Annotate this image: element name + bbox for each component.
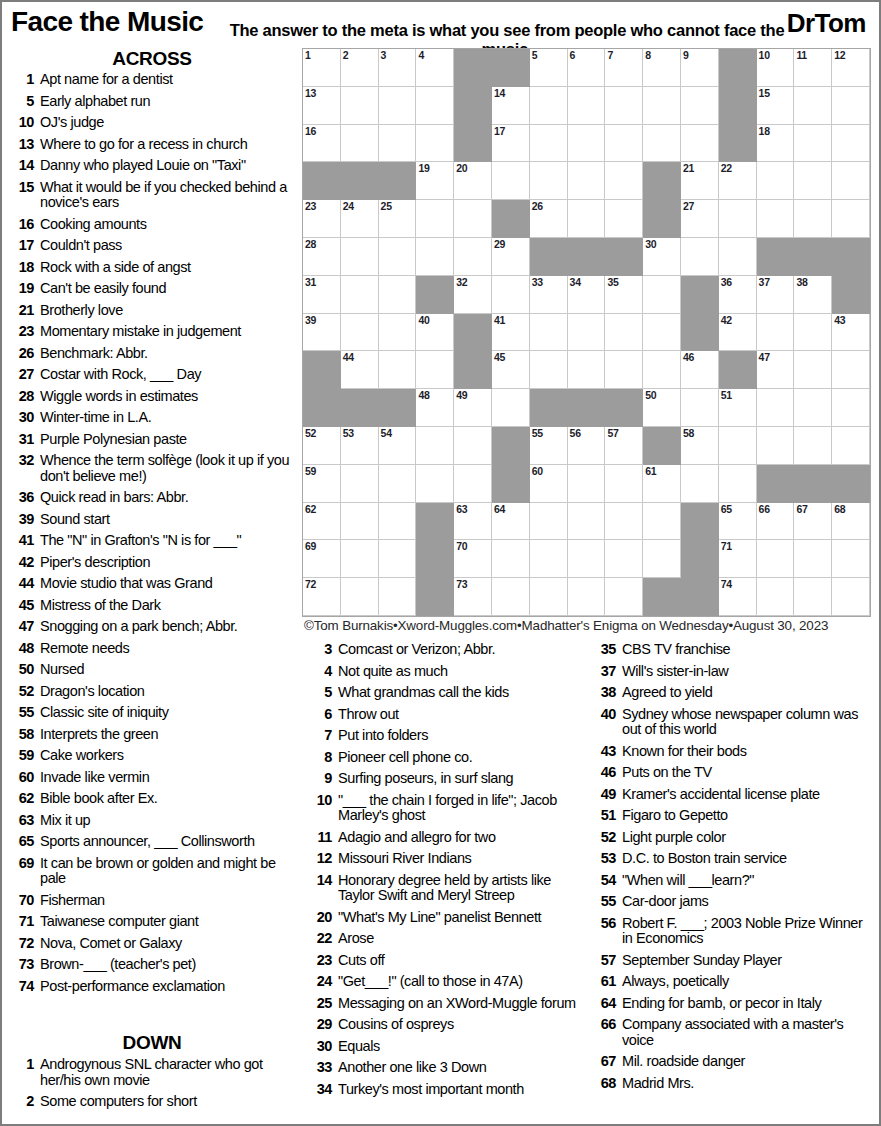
cell-r2c13[interactable]: 15 bbox=[757, 87, 795, 125]
cell-r14c5[interactable]: 70 bbox=[454, 540, 492, 578]
cell-r10c12[interactable]: 51 bbox=[719, 389, 757, 427]
cell-number: 22 bbox=[721, 162, 732, 175]
across-clue-list: 1Apt name for a dentist5Early alphabet r… bbox=[4, 72, 296, 1000]
clue-number: 65 bbox=[4, 834, 40, 850]
cell-r13c1[interactable]: 62 bbox=[303, 503, 341, 541]
cell-r11c8[interactable]: 56 bbox=[568, 427, 606, 465]
clue-number: 64 bbox=[586, 996, 622, 1012]
cell-r6c10[interactable]: 30 bbox=[643, 238, 681, 276]
cell-r10c8 bbox=[568, 389, 606, 427]
cell-r8c4[interactable]: 40 bbox=[416, 314, 454, 352]
cell-r9c10[interactable] bbox=[643, 351, 681, 389]
cell-r15c2[interactable] bbox=[341, 578, 379, 616]
clue-number: 57 bbox=[586, 953, 622, 969]
clue-text: Momentary mistake in judgement bbox=[40, 324, 296, 340]
cell-r13c6[interactable]: 64 bbox=[492, 503, 530, 541]
clue-text: The "N" in Grafton's "N is for ___" bbox=[40, 533, 296, 549]
cell-r11c15[interactable] bbox=[832, 427, 870, 465]
clue-text: Comcast or Verizon; Abbr. bbox=[338, 642, 590, 658]
clue-text: Interprets the green bbox=[40, 727, 296, 743]
cell-r9c3[interactable] bbox=[379, 351, 417, 389]
cell-r6c3[interactable] bbox=[379, 238, 417, 276]
clue-item: 19Can't be easily found bbox=[4, 281, 296, 297]
cell-r15c15[interactable] bbox=[832, 578, 870, 616]
cell-r8c10[interactable] bbox=[643, 314, 681, 352]
cell-r8c13[interactable] bbox=[757, 314, 795, 352]
clue-text: Winter-time in L.A. bbox=[40, 410, 296, 426]
cell-number: 67 bbox=[796, 503, 807, 516]
cell-r5c12[interactable] bbox=[719, 200, 757, 238]
cell-number: 17 bbox=[494, 125, 505, 138]
cell-r12c6 bbox=[492, 465, 530, 503]
cell-r13c7[interactable] bbox=[530, 503, 568, 541]
cell-r4c15[interactable] bbox=[832, 162, 870, 200]
cell-r2c3[interactable] bbox=[379, 87, 417, 125]
cell-r13c13[interactable]: 66 bbox=[757, 503, 795, 541]
cell-r4c6[interactable] bbox=[492, 162, 530, 200]
cell-r4c14[interactable] bbox=[794, 162, 832, 200]
cell-r13c9[interactable] bbox=[605, 503, 643, 541]
cell-r8c15[interactable]: 43 bbox=[832, 314, 870, 352]
cell-r1c4[interactable]: 4 bbox=[416, 49, 454, 87]
clue-number: 62 bbox=[4, 791, 40, 807]
cell-r10c6[interactable] bbox=[492, 389, 530, 427]
cell-r7c1[interactable]: 31 bbox=[303, 276, 341, 314]
cell-r3c15[interactable] bbox=[832, 125, 870, 163]
cell-r2c2[interactable] bbox=[341, 87, 379, 125]
cell-r13c15[interactable]: 68 bbox=[832, 503, 870, 541]
cell-r13c12[interactable]: 65 bbox=[719, 503, 757, 541]
clue-item: 5What grandmas call the kids bbox=[302, 685, 590, 701]
cell-r14c2[interactable] bbox=[341, 540, 379, 578]
cell-r6c11[interactable] bbox=[681, 238, 719, 276]
clue-text: Will's sister-in-law bbox=[622, 664, 876, 680]
cell-r2c9[interactable] bbox=[605, 87, 643, 125]
cell-r14c9[interactable] bbox=[605, 540, 643, 578]
cell-r15c7[interactable] bbox=[530, 578, 568, 616]
cell-number: 53 bbox=[343, 427, 354, 440]
cell-r13c5[interactable]: 63 bbox=[454, 503, 492, 541]
cell-r15c13[interactable] bbox=[757, 578, 795, 616]
cell-r11c3[interactable]: 54 bbox=[379, 427, 417, 465]
cell-r9c15[interactable] bbox=[832, 351, 870, 389]
clue-item: 20"What's My Line" panelist Bennett bbox=[302, 910, 590, 926]
clue-text: Quick read in bars: Abbr. bbox=[40, 490, 296, 506]
clue-text: Pioneer cell phone co. bbox=[338, 750, 590, 766]
cell-r6c4[interactable] bbox=[416, 238, 454, 276]
cell-r2c4[interactable] bbox=[416, 87, 454, 125]
cell-r9c8[interactable] bbox=[568, 351, 606, 389]
clue-number: 70 bbox=[4, 893, 40, 909]
cell-r7c12[interactable]: 36 bbox=[719, 276, 757, 314]
cell-r9c4[interactable] bbox=[416, 351, 454, 389]
cell-number: 13 bbox=[305, 87, 316, 100]
cell-r9c11[interactable]: 46 bbox=[681, 351, 719, 389]
cell-r15c3[interactable] bbox=[379, 578, 417, 616]
cell-r4c7[interactable] bbox=[530, 162, 568, 200]
cell-r5c3[interactable]: 25 bbox=[379, 200, 417, 238]
cell-r1c15[interactable]: 12 bbox=[832, 49, 870, 87]
cell-r3c4[interactable] bbox=[416, 125, 454, 163]
clue-item: 27Costar with Rock, ___ Day bbox=[4, 367, 296, 383]
cell-r15c14[interactable] bbox=[794, 578, 832, 616]
cell-r14c10[interactable] bbox=[643, 540, 681, 578]
author-byline: DrTom bbox=[787, 8, 866, 39]
cell-r3c1[interactable]: 16 bbox=[303, 125, 341, 163]
cell-r10c4[interactable]: 48 bbox=[416, 389, 454, 427]
clue-text: Whence the term solfège (look it up if y… bbox=[40, 453, 296, 484]
clue-text: Cuts off bbox=[338, 953, 590, 969]
clue-item: 66Company associated with a master's voi… bbox=[586, 1017, 876, 1048]
cell-r6c5[interactable] bbox=[454, 238, 492, 276]
clue-text: Messaging on an XWord-Muggle forum bbox=[338, 996, 590, 1012]
cell-r5c2[interactable]: 24 bbox=[341, 200, 379, 238]
cell-r5c15[interactable] bbox=[832, 200, 870, 238]
clue-text: Early alphabet run bbox=[40, 94, 296, 110]
cell-r11c2[interactable]: 53 bbox=[341, 427, 379, 465]
cell-number: 29 bbox=[494, 238, 505, 251]
cell-r15c6[interactable] bbox=[492, 578, 530, 616]
clue-number: 21 bbox=[4, 303, 40, 319]
cell-r11c14[interactable] bbox=[794, 427, 832, 465]
cell-r10c15[interactable] bbox=[832, 389, 870, 427]
cell-r2c14[interactable] bbox=[794, 87, 832, 125]
clue-number: 58 bbox=[4, 727, 40, 743]
clue-text: Can't be easily found bbox=[40, 281, 296, 297]
cell-r1c10[interactable]: 8 bbox=[643, 49, 681, 87]
cell-r11c13[interactable] bbox=[757, 427, 795, 465]
cell-r2c1[interactable]: 13 bbox=[303, 87, 341, 125]
cell-r8c7[interactable] bbox=[530, 314, 568, 352]
cell-number: 6 bbox=[570, 49, 576, 62]
cell-r12c2[interactable] bbox=[341, 465, 379, 503]
clue-number: 50 bbox=[4, 662, 40, 678]
cell-r5c11[interactable]: 27 bbox=[681, 200, 719, 238]
cell-r9c14[interactable] bbox=[794, 351, 832, 389]
cell-r5c5[interactable] bbox=[454, 200, 492, 238]
cell-r9c6[interactable]: 45 bbox=[492, 351, 530, 389]
across-header: ACROSS bbox=[2, 48, 302, 70]
cell-r4c4[interactable]: 19 bbox=[416, 162, 454, 200]
cell-r4c12[interactable]: 22 bbox=[719, 162, 757, 200]
cell-r14c7[interactable] bbox=[530, 540, 568, 578]
cell-r6c1[interactable]: 28 bbox=[303, 238, 341, 276]
cell-r3c7[interactable] bbox=[530, 125, 568, 163]
cell-r5c14[interactable] bbox=[794, 200, 832, 238]
clue-item: 23Momentary mistake in judgement bbox=[4, 324, 296, 340]
clue-item: 3Comcast or Verizon; Abbr. bbox=[302, 642, 590, 658]
cell-r5c7[interactable]: 26 bbox=[530, 200, 568, 238]
cell-r12c3[interactable] bbox=[379, 465, 417, 503]
clue-item: 5Early alphabet run bbox=[4, 94, 296, 110]
clue-text: Rock with a side of angst bbox=[40, 260, 296, 276]
clue-number: 52 bbox=[586, 830, 622, 846]
cell-r2c15[interactable] bbox=[832, 87, 870, 125]
cell-number: 60 bbox=[532, 465, 543, 478]
cell-r3c6[interactable]: 17 bbox=[492, 125, 530, 163]
cell-r8c12[interactable]: 42 bbox=[719, 314, 757, 352]
clue-text: Snogging on a park bench; Abbr. bbox=[40, 619, 296, 635]
cell-r7c3[interactable] bbox=[379, 276, 417, 314]
cell-r14c15[interactable] bbox=[832, 540, 870, 578]
cell-r7c7[interactable]: 33 bbox=[530, 276, 568, 314]
cell-r4c9[interactable] bbox=[605, 162, 643, 200]
cell-r12c1[interactable]: 59 bbox=[303, 465, 341, 503]
clue-item: 73Brown-___ (teacher's pet) bbox=[4, 957, 296, 973]
clue-item: 22Arose bbox=[302, 931, 590, 947]
cell-r12c5[interactable] bbox=[454, 465, 492, 503]
cell-r1c9[interactable]: 7 bbox=[605, 49, 643, 87]
cell-r14c1[interactable]: 69 bbox=[303, 540, 341, 578]
cell-r11c12[interactable] bbox=[719, 427, 757, 465]
cell-r1c3[interactable]: 3 bbox=[379, 49, 417, 87]
cell-r1c2[interactable]: 2 bbox=[341, 49, 379, 87]
cell-number: 24 bbox=[343, 200, 354, 213]
cell-r2c8[interactable] bbox=[568, 87, 606, 125]
cell-r7c8[interactable]: 34 bbox=[568, 276, 606, 314]
clue-text: Robert F. ___; 2003 Noble Prize Winner i… bbox=[622, 916, 876, 947]
cell-r11c9[interactable]: 57 bbox=[605, 427, 643, 465]
cell-r8c14[interactable] bbox=[794, 314, 832, 352]
cell-r10c11[interactable] bbox=[681, 389, 719, 427]
cell-r15c12[interactable]: 74 bbox=[719, 578, 757, 616]
cell-r7c5[interactable]: 32 bbox=[454, 276, 492, 314]
cell-r1c5 bbox=[454, 49, 492, 87]
cell-r14c8[interactable] bbox=[568, 540, 606, 578]
clue-item: 30Equals bbox=[302, 1039, 590, 1055]
cell-r12c12[interactable] bbox=[719, 465, 757, 503]
cell-number: 31 bbox=[305, 276, 316, 289]
cell-r13c14[interactable]: 67 bbox=[794, 503, 832, 541]
clue-text: Ending for bamb, or pecor in Italy bbox=[622, 996, 876, 1012]
cell-r2c7[interactable] bbox=[530, 87, 568, 125]
cell-r15c1[interactable]: 72 bbox=[303, 578, 341, 616]
cell-number: 73 bbox=[456, 578, 467, 591]
cell-number: 35 bbox=[607, 276, 618, 289]
cell-number: 26 bbox=[532, 200, 543, 213]
cell-r11c5[interactable] bbox=[454, 427, 492, 465]
clue-number: 69 bbox=[4, 856, 40, 887]
cell-r3c11[interactable] bbox=[681, 125, 719, 163]
down-clue-list-right: 35CBS TV franchise37Will's sister-in-law… bbox=[586, 642, 876, 1097]
cell-r12c9[interactable] bbox=[605, 465, 643, 503]
cell-number: 65 bbox=[721, 503, 732, 516]
clue-item: 64Ending for bamb, or pecor in Italy bbox=[586, 996, 876, 1012]
cell-r9c7[interactable] bbox=[530, 351, 568, 389]
clue-item: 14Honorary degree held by artists like T… bbox=[302, 873, 590, 904]
cell-r3c10[interactable] bbox=[643, 125, 681, 163]
clue-item: 17Couldn't pass bbox=[4, 238, 296, 254]
cell-number: 40 bbox=[418, 314, 429, 327]
clue-item: 55Classic site of iniquity bbox=[4, 705, 296, 721]
cell-number: 4 bbox=[418, 49, 424, 62]
cell-r8c9[interactable] bbox=[605, 314, 643, 352]
cell-number: 36 bbox=[721, 276, 732, 289]
cell-number: 44 bbox=[343, 351, 354, 364]
cell-r10c14[interactable] bbox=[794, 389, 832, 427]
cell-number: 15 bbox=[759, 87, 770, 100]
cell-r14c6[interactable] bbox=[492, 540, 530, 578]
clue-item: 28Wiggle words in estimates bbox=[4, 389, 296, 405]
clue-number: 8 bbox=[302, 750, 338, 766]
cell-r6c12[interactable] bbox=[719, 238, 757, 276]
cell-number: 59 bbox=[305, 465, 316, 478]
cell-r5c8[interactable] bbox=[568, 200, 606, 238]
clue-number: 30 bbox=[4, 410, 40, 426]
cell-r5c13[interactable] bbox=[757, 200, 795, 238]
cell-r7c2[interactable] bbox=[341, 276, 379, 314]
cell-r8c3[interactable] bbox=[379, 314, 417, 352]
clue-text: Agreed to yield bbox=[622, 685, 876, 701]
cell-number: 61 bbox=[645, 465, 656, 478]
cell-r13c8[interactable] bbox=[568, 503, 606, 541]
clue-number: 53 bbox=[586, 851, 622, 867]
clue-text: Couldn't pass bbox=[40, 238, 296, 254]
clue-number: 42 bbox=[4, 555, 40, 571]
cell-r11c1[interactable]: 52 bbox=[303, 427, 341, 465]
cell-r3c14[interactable] bbox=[794, 125, 832, 163]
cell-r1c13[interactable]: 10 bbox=[757, 49, 795, 87]
cell-number: 56 bbox=[570, 427, 581, 440]
clue-item: 65Sports announcer, ___ Collinsworth bbox=[4, 834, 296, 850]
cell-r3c8[interactable] bbox=[568, 125, 606, 163]
clue-item: 38Agreed to yield bbox=[586, 685, 876, 701]
cell-number: 48 bbox=[418, 389, 429, 402]
clue-text: Madrid Mrs. bbox=[622, 1076, 876, 1092]
cell-r4c8[interactable] bbox=[568, 162, 606, 200]
cell-r14c13[interactable] bbox=[757, 540, 795, 578]
clue-text: Surfing poseurs, in surf slang bbox=[338, 771, 590, 787]
clue-item: 61Always, poetically bbox=[586, 974, 876, 990]
cell-r1c14[interactable]: 11 bbox=[794, 49, 832, 87]
cell-r5c4[interactable] bbox=[416, 200, 454, 238]
clue-number: 48 bbox=[4, 641, 40, 657]
cell-r8c6[interactable]: 41 bbox=[492, 314, 530, 352]
cell-r11c11[interactable]: 58 bbox=[681, 427, 719, 465]
cell-r12c7[interactable]: 60 bbox=[530, 465, 568, 503]
clue-text: Danny who played Louie on "Taxi" bbox=[40, 158, 296, 174]
cell-r13c3[interactable] bbox=[379, 503, 417, 541]
clue-text: Classic site of iniquity bbox=[40, 705, 296, 721]
cell-r10c10[interactable]: 50 bbox=[643, 389, 681, 427]
clue-text: Not quite as much bbox=[338, 664, 590, 680]
cell-r8c1[interactable]: 39 bbox=[303, 314, 341, 352]
cell-r5c1[interactable]: 23 bbox=[303, 200, 341, 238]
cell-r9c9[interactable] bbox=[605, 351, 643, 389]
clue-item: 25Messaging on an XWord-Muggle forum bbox=[302, 996, 590, 1012]
cell-r11c4[interactable] bbox=[416, 427, 454, 465]
cell-r6c8 bbox=[568, 238, 606, 276]
cell-r3c3[interactable] bbox=[379, 125, 417, 163]
clue-number: 20 bbox=[302, 910, 338, 926]
cell-number: 42 bbox=[721, 314, 732, 327]
cell-r9c2[interactable]: 44 bbox=[341, 351, 379, 389]
cell-r6c6[interactable]: 29 bbox=[492, 238, 530, 276]
cell-r7c14[interactable]: 38 bbox=[794, 276, 832, 314]
cell-r12c11[interactable] bbox=[681, 465, 719, 503]
clue-text: Piper's description bbox=[40, 555, 296, 571]
cell-r4c13[interactable] bbox=[757, 162, 795, 200]
cell-r3c9[interactable] bbox=[605, 125, 643, 163]
clue-number: 71 bbox=[4, 914, 40, 930]
clue-item: 41The "N" in Grafton's "N is for ___" bbox=[4, 533, 296, 549]
cell-r2c6[interactable]: 14 bbox=[492, 87, 530, 125]
cell-r6c2[interactable] bbox=[341, 238, 379, 276]
clue-number: 29 bbox=[302, 1017, 338, 1033]
down-header: DOWN bbox=[2, 1032, 302, 1054]
cell-r1c1[interactable]: 1 bbox=[303, 49, 341, 87]
cell-r15c9[interactable] bbox=[605, 578, 643, 616]
cell-r6c13 bbox=[757, 238, 795, 276]
clue-item: 11Adagio and allegro for two bbox=[302, 830, 590, 846]
clue-item: 29Cousins of ospreys bbox=[302, 1017, 590, 1033]
cell-r13c2[interactable] bbox=[341, 503, 379, 541]
cell-r5c9[interactable] bbox=[605, 200, 643, 238]
cell-r4c11[interactable]: 21 bbox=[681, 162, 719, 200]
cell-r12c10[interactable]: 61 bbox=[643, 465, 681, 503]
clue-item: 26Benchmark: Abbr. bbox=[4, 346, 296, 362]
clue-item: 54"When will ___learn?" bbox=[586, 873, 876, 889]
cell-r10c5[interactable]: 49 bbox=[454, 389, 492, 427]
cell-r7c10[interactable] bbox=[643, 276, 681, 314]
clue-text: "___ the chain I forged in life"; Jacob … bbox=[338, 793, 590, 824]
cell-r15c5[interactable]: 73 bbox=[454, 578, 492, 616]
cell-r4c10 bbox=[643, 162, 681, 200]
clue-item: 40Sydney whose newspaper column was out … bbox=[586, 707, 876, 738]
cell-r3c13[interactable]: 18 bbox=[757, 125, 795, 163]
clue-number: 44 bbox=[4, 576, 40, 592]
crossword-grid: 1234567891011121314151617181920212223242… bbox=[302, 48, 871, 617]
cell-r2c11[interactable] bbox=[681, 87, 719, 125]
cell-r9c13[interactable]: 47 bbox=[757, 351, 795, 389]
cell-r7c6[interactable] bbox=[492, 276, 530, 314]
cell-r7c9[interactable]: 35 bbox=[605, 276, 643, 314]
cell-r1c8[interactable]: 6 bbox=[568, 49, 606, 87]
cell-r12c8[interactable] bbox=[568, 465, 606, 503]
cell-r8c2[interactable] bbox=[341, 314, 379, 352]
clue-text: Wiggle words in estimates bbox=[40, 389, 296, 405]
cell-r14c3[interactable] bbox=[379, 540, 417, 578]
cell-r8c8[interactable] bbox=[568, 314, 606, 352]
cell-r11c7[interactable]: 55 bbox=[530, 427, 568, 465]
cell-r14c14[interactable] bbox=[794, 540, 832, 578]
clue-item: 9Surfing poseurs, in surf slang bbox=[302, 771, 590, 787]
clue-number: 14 bbox=[302, 873, 338, 904]
clue-number: 24 bbox=[302, 974, 338, 990]
clue-item: 30Winter-time in L.A. bbox=[4, 410, 296, 426]
cell-r10c9 bbox=[605, 389, 643, 427]
clue-number: 63 bbox=[4, 813, 40, 829]
cell-r7c13[interactable]: 37 bbox=[757, 276, 795, 314]
clue-item: 47Snogging on a park bench; Abbr. bbox=[4, 619, 296, 635]
cell-r12c4[interactable] bbox=[416, 465, 454, 503]
cell-r1c11[interactable]: 9 bbox=[681, 49, 719, 87]
cell-r15c8[interactable] bbox=[568, 578, 606, 616]
cell-r10c13[interactable] bbox=[757, 389, 795, 427]
cell-r4c5[interactable]: 20 bbox=[454, 162, 492, 200]
clue-text: Fisherman bbox=[40, 893, 296, 909]
cell-number: 19 bbox=[418, 162, 429, 175]
clue-number: 51 bbox=[586, 808, 622, 824]
cell-r1c7[interactable]: 5 bbox=[530, 49, 568, 87]
clue-item: 52Dragon's location bbox=[4, 684, 296, 700]
cell-r2c10[interactable] bbox=[643, 87, 681, 125]
cell-r13c10[interactable] bbox=[643, 503, 681, 541]
clue-number: 13 bbox=[4, 137, 40, 153]
cell-r3c2[interactable] bbox=[341, 125, 379, 163]
cell-r14c12[interactable]: 71 bbox=[719, 540, 757, 578]
clue-item: 59Cake workers bbox=[4, 748, 296, 764]
